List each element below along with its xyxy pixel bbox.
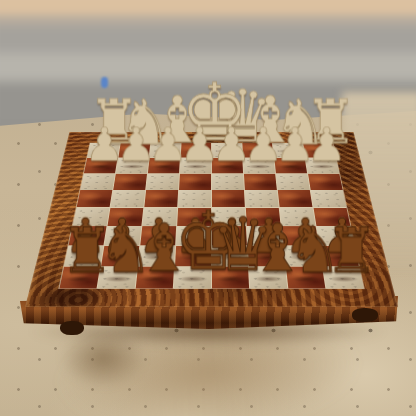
- square-e3: [179, 174, 211, 190]
- piece-black-rook-h8: ♜: [61, 219, 98, 281]
- piece-black-rook-a8: ♜: [325, 219, 362, 281]
- board-grid: ♜♞♝♚♛♝♞♜♟♟♟♟♟♟♟♟♟♟♟♟♟♟♟♟♜♞♝♚♛♝♞♜: [59, 143, 363, 288]
- square-h2: ♟: [84, 158, 118, 173]
- board-surface: ♜♞♝♚♛♝♞♜♟♟♟♟♟♟♟♟♟♟♟♟♟♟♟♟♜♞♝♚♛♝♞♜: [25, 132, 398, 307]
- square-b4: [278, 190, 313, 207]
- piece-white-pawn-e2: ♟: [180, 122, 211, 168]
- piece-black-knight-b8: ♞: [288, 218, 325, 281]
- piece-white-pawn-f2: ♟: [148, 122, 179, 168]
- square-c3: [244, 174, 277, 190]
- square-b2: ♟: [274, 158, 307, 173]
- square-h4: [77, 190, 113, 207]
- square-g4: [110, 190, 145, 207]
- square-d2: ♟: [212, 158, 243, 173]
- square-f3: [146, 174, 179, 190]
- square-a3: [308, 174, 343, 190]
- square-a4: [311, 190, 347, 207]
- square-f4: [144, 190, 178, 207]
- square-b3: [276, 174, 310, 190]
- chess-board: ♜♞♝♚♛♝♞♜♟♟♟♟♟♟♟♟♟♟♟♟♟♟♟♟♜♞♝♚♛♝♞♜: [50, 36, 372, 379]
- piece-white-pawn-c2: ♟: [244, 122, 275, 168]
- square-b8: ♞: [286, 267, 325, 289]
- square-c8: ♝: [249, 267, 287, 289]
- piece-black-bishop-c8: ♝: [250, 216, 287, 282]
- square-g2: ♟: [116, 158, 149, 173]
- square-c2: ♟: [243, 158, 275, 173]
- piece-black-queen-d8: ♛: [212, 208, 249, 281]
- square-h3: [80, 174, 115, 190]
- piece-white-pawn-g2: ♟: [117, 122, 148, 168]
- square-d8: ♛: [212, 267, 249, 289]
- square-g3: [113, 174, 147, 190]
- square-e2: ♟: [180, 158, 211, 173]
- piece-white-pawn-a2: ♟: [307, 122, 338, 168]
- piece-white-pawn-b2: ♟: [275, 122, 306, 168]
- square-a8: ♜: [323, 267, 364, 289]
- square-f2: ♟: [148, 158, 180, 173]
- square-a2: ♟: [306, 158, 340, 173]
- piece-white-pawn-d2: ♟: [212, 122, 243, 168]
- piece-white-pawn-h2: ♟: [85, 122, 116, 168]
- square-h8: ♜: [59, 267, 100, 289]
- photo-scene: ♜♞♝♚♛♝♞♜♟♟♟♟♟♟♟♟♟♟♟♟♟♟♟♟♜♞♝♚♛♝♞♜: [0, 0, 416, 416]
- square-d3: [212, 174, 244, 190]
